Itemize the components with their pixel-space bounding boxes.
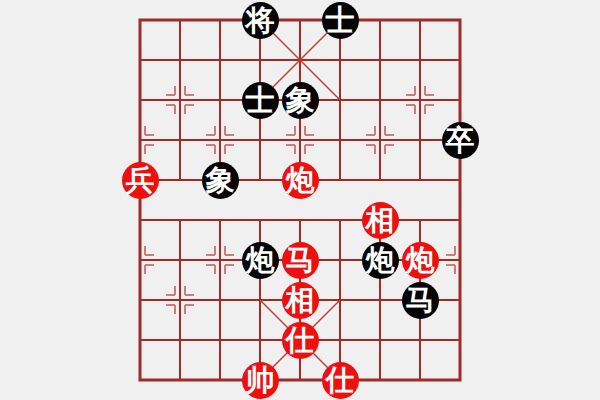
board-point: 炮 — [280, 160, 320, 200]
board-point: 相 — [360, 200, 400, 240]
board-point: 炮 — [360, 240, 400, 280]
piece-black-cannon[interactable]: 炮 — [242, 242, 279, 279]
piece-red-horse[interactable]: 马 — [282, 242, 319, 279]
board-point: 士 — [320, 0, 360, 40]
piece-black-advisor[interactable]: 士 — [322, 2, 359, 39]
piece-red-soldier[interactable]: 兵 — [122, 162, 159, 199]
board-point: 仕 — [320, 360, 360, 400]
board-point: 象 — [280, 80, 320, 120]
screenshot-canvas: 将士士象卒兵象炮相炮马炮炮相马仕帅仕 — [0, 0, 600, 400]
board-point: 卒 — [440, 120, 480, 160]
piece-red-general[interactable]: 帅 — [242, 362, 279, 399]
piece-red-cannon[interactable]: 炮 — [402, 242, 439, 279]
board-point: 炮 — [240, 240, 280, 280]
xiangqi-board: 将士士象卒兵象炮相炮马炮炮相马仕帅仕 — [0, 0, 600, 400]
pieces-layer: 将士士象卒兵象炮相炮马炮炮相马仕帅仕 — [120, 0, 480, 400]
board-point: 兵 — [120, 160, 160, 200]
board-point: 象 — [200, 160, 240, 200]
board-point: 士 — [240, 80, 280, 120]
piece-red-advisor[interactable]: 仕 — [282, 322, 319, 359]
piece-red-elephant[interactable]: 相 — [282, 282, 319, 319]
piece-black-cannon[interactable]: 炮 — [362, 242, 399, 279]
board-point: 帅 — [240, 360, 280, 400]
board-point: 将 — [240, 0, 280, 40]
piece-red-elephant[interactable]: 相 — [362, 202, 399, 239]
piece-black-elephant[interactable]: 象 — [282, 82, 319, 119]
piece-black-horse[interactable]: 马 — [402, 282, 439, 319]
board-point: 仕 — [280, 320, 320, 360]
piece-black-elephant[interactable]: 象 — [202, 162, 239, 199]
board-point: 相 — [280, 280, 320, 320]
piece-red-cannon[interactable]: 炮 — [282, 162, 319, 199]
piece-black-general[interactable]: 将 — [242, 2, 279, 39]
board-point: 马 — [280, 240, 320, 280]
piece-red-advisor[interactable]: 仕 — [322, 362, 359, 399]
board-point: 马 — [400, 280, 440, 320]
piece-black-advisor[interactable]: 士 — [242, 82, 279, 119]
board-point: 炮 — [400, 240, 440, 280]
piece-black-soldier[interactable]: 卒 — [442, 122, 479, 159]
